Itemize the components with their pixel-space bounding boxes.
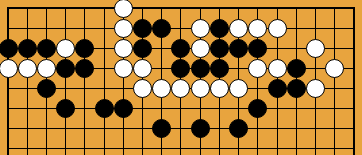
white-stone: [114, 0, 133, 18]
black-stone: [229, 39, 248, 58]
black-stone: [229, 119, 248, 138]
undefined: [334, 7, 335, 155]
black-stone: [133, 39, 152, 58]
black-stone: [75, 59, 94, 78]
black-stone: [114, 99, 133, 118]
white-stone: [152, 79, 171, 98]
undefined: [7, 28, 355, 29]
black-stone: [287, 79, 306, 98]
white-stone: [306, 79, 325, 98]
white-stone: [114, 59, 133, 78]
undefined: [353, 7, 355, 155]
black-stone: [210, 19, 229, 38]
go-board: [0, 0, 362, 155]
white-stone: [37, 59, 56, 78]
black-stone: [171, 39, 190, 58]
black-stone: [248, 99, 267, 118]
white-stone: [133, 59, 152, 78]
undefined: [84, 7, 85, 155]
white-stone: [18, 59, 37, 78]
white-stone: [191, 79, 210, 98]
white-stone: [248, 19, 267, 38]
black-stone: [171, 59, 190, 78]
black-stone: [152, 119, 171, 138]
white-stone: [248, 59, 267, 78]
white-stone: [114, 39, 133, 58]
black-stone: [210, 59, 229, 78]
black-stone: [133, 19, 152, 38]
black-stone: [210, 39, 229, 58]
black-stone: [75, 39, 94, 58]
black-stone: [95, 99, 114, 118]
undefined: [104, 7, 105, 155]
black-stone: [18, 39, 37, 58]
black-stone: [37, 39, 56, 58]
black-stone: [152, 19, 171, 38]
white-stone: [114, 19, 133, 38]
undefined: [27, 7, 28, 155]
white-stone: [171, 79, 190, 98]
undefined: [7, 128, 355, 129]
undefined: [7, 7, 355, 9]
white-stone: [229, 79, 248, 98]
white-stone: [133, 79, 152, 98]
undefined: [7, 148, 355, 149]
black-stone: [56, 99, 75, 118]
black-stone: [56, 59, 75, 78]
undefined: [7, 7, 9, 155]
white-stone: [210, 79, 229, 98]
white-stone: [306, 39, 325, 58]
undefined: [65, 7, 66, 155]
black-stone: [191, 119, 210, 138]
white-stone: [191, 19, 210, 38]
black-stone: [0, 39, 18, 58]
white-stone: [268, 19, 287, 38]
black-stone: [37, 79, 56, 98]
black-stone: [191, 59, 210, 78]
white-stone: [229, 19, 248, 38]
white-stone: [0, 59, 18, 78]
white-stone: [191, 39, 210, 58]
black-stone: [268, 79, 287, 98]
white-stone: [268, 59, 287, 78]
white-stone: [325, 59, 344, 78]
white-stone: [56, 39, 75, 58]
go-diagram: [0, 0, 362, 155]
black-stone: [248, 39, 267, 58]
black-stone: [287, 59, 306, 78]
